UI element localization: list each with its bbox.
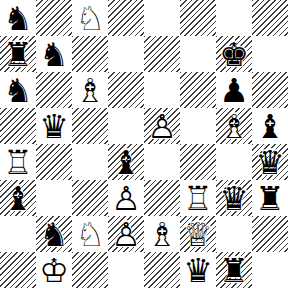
square-d7[interactable] [108, 36, 144, 72]
square-g2[interactable] [216, 216, 252, 252]
black-queen-glyph: ♛ [252, 144, 288, 180]
square-d6[interactable] [108, 72, 144, 108]
black-rook-glyph: ♜ [252, 180, 288, 216]
black-queen-glyph: ♛ [180, 252, 216, 288]
black-bishop-glyph: ♝ [0, 180, 36, 216]
white-bishop[interactable]: ♝♗ [72, 72, 108, 108]
black-bishop[interactable]: ♝♝ [0, 180, 36, 216]
white-pawn-glyph: ♙ [108, 180, 144, 216]
square-h5[interactable]: ♝♝ [252, 108, 288, 144]
black-knight[interactable]: ♞♞ [36, 36, 72, 72]
white-queen[interactable]: ♛♕ [180, 216, 216, 252]
square-g4[interactable] [216, 144, 252, 180]
white-bishop[interactable]: ♝♗ [144, 216, 180, 252]
square-e7[interactable] [144, 36, 180, 72]
square-f8[interactable] [180, 0, 216, 36]
black-rook-glyph: ♜ [0, 36, 36, 72]
black-bishop-glyph: ♝ [108, 144, 144, 180]
white-bishop-glyph: ♗ [144, 216, 180, 252]
square-b8[interactable] [36, 0, 72, 36]
square-h6[interactable] [252, 72, 288, 108]
white-queen-glyph: ♕ [180, 216, 216, 252]
square-h8[interactable] [252, 0, 288, 36]
black-pawn[interactable]: ♟♟ [216, 72, 252, 108]
square-g6[interactable]: ♟♟ [216, 72, 252, 108]
white-bishop-glyph: ♗ [216, 108, 252, 144]
square-d8[interactable] [108, 0, 144, 36]
square-a7[interactable]: ♜♜ [0, 36, 36, 72]
black-queen-glyph: ♛ [216, 180, 252, 216]
black-queen[interactable]: ♛♛ [36, 108, 72, 144]
white-pawn-glyph: ♙ [108, 216, 144, 252]
square-d2[interactable]: ♟♙ [108, 216, 144, 252]
square-d3[interactable]: ♟♙ [108, 180, 144, 216]
square-e6[interactable] [144, 72, 180, 108]
square-c2[interactable]: ♞♘ [72, 216, 108, 252]
square-c6[interactable]: ♝♗ [72, 72, 108, 108]
square-h3[interactable]: ♜♜ [252, 180, 288, 216]
square-a4[interactable]: ♜♖ [0, 144, 36, 180]
square-e3[interactable] [144, 180, 180, 216]
black-knight-glyph: ♞ [36, 216, 72, 252]
square-c8[interactable]: ♞♘ [72, 0, 108, 36]
black-knight-glyph: ♞ [36, 36, 72, 72]
white-pawn[interactable]: ♟♙ [144, 108, 180, 144]
square-c5[interactable] [72, 108, 108, 144]
black-rook[interactable]: ♜♜ [252, 180, 288, 216]
white-pawn-glyph: ♙ [144, 108, 180, 144]
square-a1[interactable] [0, 252, 36, 288]
square-f4[interactable] [180, 144, 216, 180]
square-c4[interactable] [72, 144, 108, 180]
black-knight[interactable]: ♞♞ [36, 216, 72, 252]
square-c7[interactable] [72, 36, 108, 72]
square-a3[interactable]: ♝♝ [0, 180, 36, 216]
black-rook[interactable]: ♜♜ [0, 36, 36, 72]
square-e1[interactable] [144, 252, 180, 288]
chessboard-diagram: ♞♞♞♘♜♜♞♞♚♚♞♞♝♗♟♟♛♛♟♙♝♗♝♝♜♖♝♝♛♛♝♝♟♙♜♖♛♛♜♜… [0, 0, 288, 288]
white-rook-glyph: ♖ [0, 144, 36, 180]
black-queen[interactable]: ♛♛ [180, 252, 216, 288]
black-king[interactable]: ♚♚ [216, 36, 252, 72]
black-queen-glyph: ♛ [36, 108, 72, 144]
square-g7[interactable]: ♚♚ [216, 36, 252, 72]
chess-board: ♞♞♞♘♜♜♞♞♚♚♞♞♝♗♟♟♛♛♟♙♝♗♝♝♜♖♝♝♛♛♝♝♟♙♜♖♛♛♜♜… [0, 0, 288, 288]
white-pawn[interactable]: ♟♙ [108, 180, 144, 216]
square-e8[interactable] [144, 0, 180, 36]
black-bishop[interactable]: ♝♝ [108, 144, 144, 180]
square-b3[interactable] [36, 180, 72, 216]
square-e2[interactable]: ♝♗ [144, 216, 180, 252]
black-queen[interactable]: ♛♛ [216, 180, 252, 216]
square-f5[interactable] [180, 108, 216, 144]
white-king[interactable]: ♚♔ [36, 252, 72, 288]
black-knight[interactable]: ♞♞ [0, 0, 36, 36]
black-knight-glyph: ♞ [0, 72, 36, 108]
square-f2[interactable]: ♛♕ [180, 216, 216, 252]
white-knight-glyph: ♘ [72, 0, 108, 36]
black-bishop[interactable]: ♝♝ [252, 108, 288, 144]
white-rook-glyph: ♖ [180, 180, 216, 216]
square-h1[interactable] [252, 252, 288, 288]
white-bishop[interactable]: ♝♗ [216, 108, 252, 144]
square-c3[interactable] [72, 180, 108, 216]
white-king-glyph: ♔ [36, 252, 72, 288]
white-rook[interactable]: ♜♖ [180, 180, 216, 216]
square-f7[interactable] [180, 36, 216, 72]
square-a5[interactable] [0, 108, 36, 144]
square-b1[interactable]: ♚♔ [36, 252, 72, 288]
square-c1[interactable] [72, 252, 108, 288]
square-b5[interactable]: ♛♛ [36, 108, 72, 144]
square-b4[interactable] [36, 144, 72, 180]
square-g3[interactable]: ♛♛ [216, 180, 252, 216]
black-pawn-glyph: ♟ [216, 72, 252, 108]
white-pawn[interactable]: ♟♙ [108, 216, 144, 252]
square-a8[interactable]: ♞♞ [0, 0, 36, 36]
square-b6[interactable] [36, 72, 72, 108]
white-bishop-glyph: ♗ [72, 72, 108, 108]
square-h2[interactable] [252, 216, 288, 252]
square-d4[interactable]: ♝♝ [108, 144, 144, 180]
black-queen[interactable]: ♛♛ [252, 144, 288, 180]
square-h7[interactable] [252, 36, 288, 72]
square-b7[interactable]: ♞♞ [36, 36, 72, 72]
square-a2[interactable] [0, 216, 36, 252]
black-rook[interactable]: ♜♜ [216, 252, 252, 288]
black-rook-glyph: ♜ [216, 252, 252, 288]
square-d1[interactable] [108, 252, 144, 288]
black-knight[interactable]: ♞♞ [0, 72, 36, 108]
white-knight[interactable]: ♞♘ [72, 216, 108, 252]
white-knight-glyph: ♘ [72, 216, 108, 252]
white-knight[interactable]: ♞♘ [72, 0, 108, 36]
square-d5[interactable] [108, 108, 144, 144]
square-f3[interactable]: ♜♖ [180, 180, 216, 216]
black-knight-glyph: ♞ [0, 0, 36, 36]
square-g5[interactable]: ♝♗ [216, 108, 252, 144]
square-e4[interactable] [144, 144, 180, 180]
square-f1[interactable]: ♛♛ [180, 252, 216, 288]
square-h4[interactable]: ♛♛ [252, 144, 288, 180]
square-b2[interactable]: ♞♞ [36, 216, 72, 252]
black-king-glyph: ♚ [216, 36, 252, 72]
square-a6[interactable]: ♞♞ [0, 72, 36, 108]
black-bishop-glyph: ♝ [252, 108, 288, 144]
square-g8[interactable] [216, 0, 252, 36]
square-f6[interactable] [180, 72, 216, 108]
white-rook[interactable]: ♜♖ [0, 144, 36, 180]
square-e5[interactable]: ♟♙ [144, 108, 180, 144]
square-g1[interactable]: ♜♜ [216, 252, 252, 288]
